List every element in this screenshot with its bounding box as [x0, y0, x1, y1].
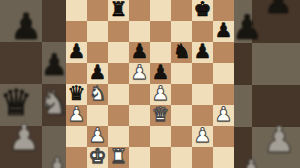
black-pawn-b5: ♟ — [89, 62, 107, 83]
backdrop-square — [234, 43, 252, 85]
blurred-gray-pawn-icon: ♟ — [8, 120, 40, 156]
blurred-gray-pawn-icon: ♟ — [263, 122, 295, 158]
backdrop-square — [252, 43, 300, 85]
square-h1[interactable] — [213, 147, 234, 168]
blurred-gray-pawn-icon: ♟ — [44, 154, 66, 168]
square-f1[interactable] — [171, 147, 192, 168]
white-king-b1: ♚ — [89, 146, 107, 167]
black-rook-c8: ♜ — [110, 0, 128, 20]
square-g1[interactable] — [192, 147, 213, 168]
square-b8[interactable] — [87, 0, 108, 21]
black-pawn-d6: ♟ — [131, 41, 149, 62]
square-f2[interactable] — [171, 126, 192, 147]
black-pawn-e5: ♟ — [152, 62, 170, 83]
square-c5[interactable] — [108, 63, 129, 84]
black-knight-f6: ♞ — [173, 41, 191, 62]
white-queen-e3: ♛ — [152, 104, 170, 125]
square-c1[interactable]: ♜ — [108, 147, 129, 168]
square-g2[interactable]: ♟ — [192, 126, 213, 147]
backdrop-right-bar: ♟♟♟♟ — [234, 0, 300, 168]
square-h6[interactable] — [213, 42, 234, 63]
white-knight-b4: ♞ — [89, 83, 107, 104]
square-b1[interactable]: ♚ — [87, 147, 108, 168]
blurred-gray-pawn-icon: ♟ — [238, 156, 265, 168]
square-d5[interactable]: ♟ — [129, 63, 150, 84]
square-e1[interactable] — [150, 147, 171, 168]
black-pawn-g6: ♟ — [194, 41, 212, 62]
square-e2[interactable] — [150, 126, 171, 147]
square-a8[interactable] — [66, 0, 87, 21]
black-queen-a4: ♛ — [68, 83, 86, 104]
square-a2[interactable] — [66, 126, 87, 147]
black-pawn-h7: ♟ — [215, 20, 233, 41]
square-a6[interactable]: ♟ — [66, 42, 87, 63]
square-e3[interactable]: ♛ — [150, 105, 171, 126]
white-pawn-b2: ♟ — [89, 125, 107, 146]
square-c7[interactable] — [108, 21, 129, 42]
square-b4[interactable]: ♞ — [87, 84, 108, 105]
square-f8[interactable] — [171, 0, 192, 21]
square-b7[interactable] — [87, 21, 108, 42]
square-e8[interactable] — [150, 0, 171, 21]
square-h2[interactable] — [213, 126, 234, 147]
square-e7[interactable] — [150, 21, 171, 42]
square-a3[interactable]: ♟ — [66, 105, 87, 126]
white-rook-c1: ♜ — [110, 146, 128, 167]
square-f6[interactable]: ♞ — [171, 42, 192, 63]
blurred-gray-knight-icon: ♞ — [39, 85, 66, 119]
square-f3[interactable] — [171, 105, 192, 126]
blurred-black-pawn-icon: ♟ — [41, 50, 66, 80]
square-h3[interactable]: ♟ — [213, 105, 234, 126]
white-pawn-g2: ♟ — [194, 125, 212, 146]
black-king-g8: ♚ — [194, 0, 212, 20]
square-g6[interactable]: ♟ — [192, 42, 213, 63]
square-d8[interactable] — [129, 0, 150, 21]
white-pawn-h3: ♟ — [215, 104, 233, 125]
square-d2[interactable] — [129, 126, 150, 147]
backdrop-left-bar: ♟♟♛♞♟♟ — [0, 0, 66, 168]
square-d4[interactable] — [129, 84, 150, 105]
backdrop-square — [0, 42, 42, 84]
white-pawn-a3: ♟ — [68, 104, 86, 125]
square-c4[interactable] — [108, 84, 129, 105]
video-frame: ♟♟♛♞♟♟ ♜♚♟♟♟♞♟♟♟♟♛♞♟♟♛♟♟♟♚♜ ♟♟♟♟ — [0, 0, 300, 168]
square-c3[interactable] — [108, 105, 129, 126]
chessboard: ♜♚♟♟♟♞♟♟♟♟♛♞♟♟♛♟♟♟♚♜ — [66, 0, 234, 168]
square-g5[interactable] — [192, 63, 213, 84]
square-h7[interactable]: ♟ — [213, 21, 234, 42]
blurred-black-pawn-icon: ♟ — [264, 0, 293, 18]
square-g8[interactable]: ♚ — [192, 0, 213, 21]
square-d3[interactable] — [129, 105, 150, 126]
square-f4[interactable] — [171, 84, 192, 105]
blurred-black-pawn-icon: ♟ — [234, 10, 262, 44]
square-g4[interactable] — [192, 84, 213, 105]
blurred-black-queen-icon: ♛ — [0, 85, 32, 121]
square-c8[interactable]: ♜ — [108, 0, 129, 21]
blurred-black-pawn-icon: ♟ — [10, 9, 42, 45]
black-pawn-a6: ♟ — [68, 41, 86, 62]
square-a1[interactable] — [66, 147, 87, 168]
square-c6[interactable] — [108, 42, 129, 63]
backdrop-square — [234, 85, 252, 127]
square-d1[interactable] — [129, 147, 150, 168]
white-pawn-d5: ♟ — [131, 62, 149, 83]
backdrop-square — [42, 0, 66, 42]
square-f5[interactable] — [171, 63, 192, 84]
white-pawn-e4: ♟ — [152, 83, 170, 104]
square-h5[interactable] — [213, 63, 234, 84]
